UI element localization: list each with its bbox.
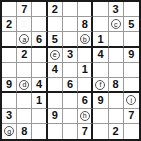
cell-r3c4[interactable]: 5 [48, 32, 63, 47]
given-digit: 5 [52, 34, 58, 45]
cell-r9c7[interactable] [93, 124, 108, 139]
cell-r6c5[interactable]: 6 [63, 78, 78, 93]
given-digit: 4 [36, 79, 42, 90]
cell-r1c3[interactable] [32, 2, 47, 17]
cell-r3c8[interactable] [109, 32, 124, 47]
given-digit: 1 [36, 95, 42, 106]
cell-r1c2[interactable]: 7 [17, 2, 32, 17]
cell-r4c9[interactable]: 9 [124, 48, 139, 63]
cell-r4c8[interactable] [109, 48, 124, 63]
given-digit: 7 [82, 126, 88, 137]
cell-r9c5[interactable] [63, 124, 78, 139]
cell-r9c8[interactable]: 2 [109, 124, 124, 139]
cell-r2c4[interactable] [48, 17, 63, 32]
circled-letter-e: e [50, 50, 60, 60]
cell-r1c6[interactable] [78, 2, 93, 17]
given-digit: 2 [113, 126, 119, 137]
cell-r6c9[interactable] [124, 78, 139, 93]
given-digit: 2 [6, 19, 12, 30]
given-digit: 3 [67, 49, 73, 60]
cell-r7c3[interactable]: 1 [32, 93, 47, 108]
cell-r5c3[interactable] [32, 63, 47, 78]
cell-r5c5[interactable] [63, 63, 78, 78]
given-digit: 9 [6, 79, 12, 90]
given-digit: 1 [97, 34, 103, 45]
cell-r8c2[interactable] [17, 109, 32, 124]
cell-r4c7[interactable]: 4 [93, 48, 108, 63]
given-digit: 9 [52, 110, 58, 121]
given-digit: 6 [36, 34, 42, 45]
cell-r8c1[interactable]: 3 [2, 109, 17, 124]
cell-r9c4[interactable] [48, 124, 63, 139]
cell-r2c1[interactable]: 2 [2, 17, 17, 32]
cell-r3c1[interactable] [2, 32, 17, 47]
circled-letter-i: i [126, 95, 136, 105]
cell-r5c4[interactable]: 4 [48, 63, 63, 78]
circled-letter-a: a [19, 34, 29, 44]
cell-r7c2[interactable] [17, 93, 32, 108]
given-digit: 4 [52, 64, 58, 75]
cell-r7c9[interactable]: i [124, 93, 139, 108]
cell-r2c6[interactable]: 8 [78, 17, 93, 32]
cell-r2c3[interactable] [32, 17, 47, 32]
cell-r1c4[interactable]: 2 [48, 2, 63, 17]
circled-letter-h: h [80, 111, 90, 121]
cell-r7c5[interactable] [63, 93, 78, 108]
cell-r4c3[interactable] [32, 48, 47, 63]
cell-r8c7[interactable] [93, 109, 108, 124]
cell-r7c4[interactable] [48, 93, 63, 108]
cell-r3c5[interactable] [63, 32, 78, 47]
given-digit: 9 [128, 49, 134, 60]
cell-r4c4[interactable]: e [48, 48, 63, 63]
cell-r7c6[interactable]: 6 [78, 93, 93, 108]
cell-r1c8[interactable]: 3 [109, 2, 124, 17]
cell-r1c5[interactable] [63, 2, 78, 17]
cell-r8c8[interactable] [109, 109, 124, 124]
cell-r1c7[interactable] [93, 2, 108, 17]
cell-r1c9[interactable] [124, 2, 139, 17]
cell-r4c2[interactable]: 2 [17, 48, 32, 63]
given-digit: 5 [128, 19, 134, 30]
cell-r3c9[interactable] [124, 32, 139, 47]
cell-r4c1[interactable] [2, 48, 17, 63]
given-digit: 6 [67, 79, 73, 90]
cell-r5c1[interactable] [2, 63, 17, 78]
circled-letter-g: g [4, 126, 14, 136]
cell-r9c9[interactable] [124, 124, 139, 139]
cell-r2c2[interactable] [17, 17, 32, 32]
cell-r1c1[interactable] [2, 2, 17, 17]
given-digit: 6 [82, 95, 88, 106]
cell-r9c2[interactable]: 8 [17, 124, 32, 139]
cell-r7c8[interactable] [109, 93, 124, 108]
given-digit: 2 [52, 4, 58, 15]
given-digit: 9 [97, 95, 103, 106]
cell-r7c7[interactable]: 9 [93, 93, 108, 108]
cell-r6c8[interactable]: 8 [109, 78, 124, 93]
cell-r2c8[interactable]: c [109, 17, 124, 32]
given-digit: 4 [97, 49, 103, 60]
given-digit: 7 [21, 4, 27, 15]
sudoku-board: 72328c5a65b12e349419d46f8169i39h7g872 [0, 0, 141, 141]
circled-letter-b: b [80, 34, 90, 44]
given-digit: 1 [82, 64, 88, 75]
circled-letter-f: f [95, 80, 105, 90]
given-digit: 8 [21, 126, 27, 137]
cell-r5c9[interactable] [124, 63, 139, 78]
cell-r2c7[interactable] [93, 17, 108, 32]
cell-r8c5[interactable] [63, 109, 78, 124]
circled-letter-c: c [111, 19, 121, 29]
cell-r3c3[interactable]: 6 [32, 32, 47, 47]
cell-r6c4[interactable] [48, 78, 63, 93]
cell-r4c6[interactable] [78, 48, 93, 63]
given-digit: 3 [113, 4, 119, 15]
cell-r5c6[interactable]: 1 [78, 63, 93, 78]
cell-r8c3[interactable] [32, 109, 47, 124]
cell-r5c7[interactable] [93, 63, 108, 78]
cell-r6c6[interactable] [78, 78, 93, 93]
cell-r6c7[interactable]: f [93, 78, 108, 93]
cell-r7c1[interactable] [2, 93, 17, 108]
cell-r8c6[interactable]: h [78, 109, 93, 124]
cell-r3c2[interactable]: a [17, 32, 32, 47]
given-digit: 2 [21, 49, 27, 60]
cell-r6c1[interactable]: 9 [2, 78, 17, 93]
given-digit: 3 [6, 110, 12, 121]
cell-r2c5[interactable] [63, 17, 78, 32]
cell-r6c3[interactable]: 4 [32, 78, 47, 93]
cell-r5c2[interactable] [17, 63, 32, 78]
cell-r2c9[interactable]: 5 [124, 17, 139, 32]
given-digit: 7 [128, 110, 134, 121]
given-digit: 8 [82, 19, 88, 30]
cell-r8c9[interactable]: 7 [124, 109, 139, 124]
cell-r3c7[interactable]: 1 [93, 32, 108, 47]
circled-letter-d: d [19, 80, 29, 90]
given-digit: 8 [113, 79, 119, 90]
cell-r9c3[interactable] [32, 124, 47, 139]
cell-r9c1[interactable]: g [2, 124, 17, 139]
cell-r5c8[interactable] [109, 63, 124, 78]
cell-r9c6[interactable]: 7 [78, 124, 93, 139]
cell-r4c5[interactable]: 3 [63, 48, 78, 63]
cell-r8c4[interactable]: 9 [48, 109, 63, 124]
cell-r3c6[interactable]: b [78, 32, 93, 47]
cell-r6c2[interactable]: d [17, 78, 32, 93]
